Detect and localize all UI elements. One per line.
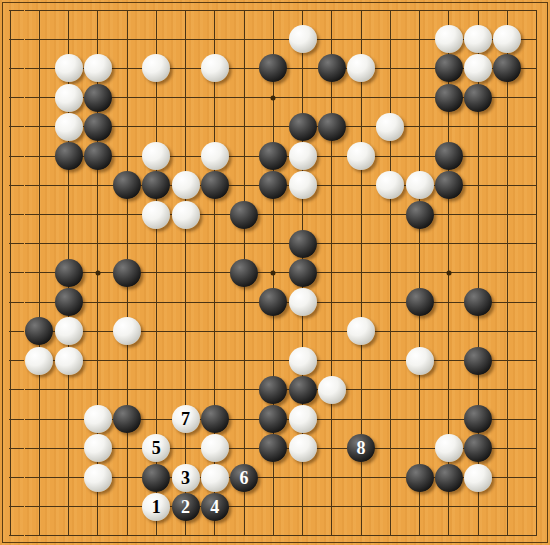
board-intersection[interactable]	[522, 346, 550, 375]
white-stone[interactable]	[84, 405, 112, 433]
white-stone[interactable]	[435, 25, 463, 53]
board-intersection[interactable]	[522, 0, 550, 25]
board-intersection[interactable]	[493, 492, 522, 521]
black-stone[interactable]	[318, 54, 346, 82]
board-intersection[interactable]	[522, 375, 550, 404]
board-intersection[interactable]	[200, 346, 229, 375]
black-stone[interactable]: 8	[347, 434, 375, 462]
board-intersection[interactable]	[83, 25, 112, 54]
board-intersection[interactable]	[83, 171, 112, 200]
board-intersection[interactable]	[346, 112, 375, 141]
board-intersection[interactable]	[200, 521, 229, 545]
board-intersection[interactable]	[493, 229, 522, 258]
board-intersection[interactable]	[493, 346, 522, 375]
board-intersection[interactable]	[522, 83, 550, 112]
white-stone[interactable]: 3	[172, 464, 200, 492]
white-stone[interactable]	[376, 113, 404, 141]
black-stone[interactable]	[318, 113, 346, 141]
board-intersection[interactable]	[376, 141, 405, 170]
board-intersection[interactable]	[25, 288, 54, 317]
board-intersection[interactable]	[0, 141, 25, 170]
board-intersection[interactable]	[83, 229, 112, 258]
board-intersection[interactable]	[376, 258, 405, 287]
board-intersection[interactable]	[200, 0, 229, 25]
board-intersection[interactable]	[54, 0, 83, 25]
white-stone[interactable]	[493, 25, 521, 53]
board-intersection[interactable]	[317, 434, 346, 463]
board-intersection[interactable]	[376, 83, 405, 112]
board-intersection[interactable]	[25, 404, 54, 433]
board-intersection[interactable]	[376, 288, 405, 317]
white-stone[interactable]	[201, 464, 229, 492]
board-intersection[interactable]	[317, 171, 346, 200]
board-intersection[interactable]	[200, 317, 229, 346]
board-intersection[interactable]	[522, 112, 550, 141]
board-intersection[interactable]	[522, 54, 550, 83]
board-intersection[interactable]	[405, 375, 434, 404]
white-stone[interactable]	[84, 434, 112, 462]
board-intersection[interactable]	[200, 25, 229, 54]
black-stone[interactable]	[289, 376, 317, 404]
board-intersection[interactable]	[463, 0, 492, 25]
board-intersection[interactable]	[112, 25, 141, 54]
board-intersection[interactable]	[25, 83, 54, 112]
white-stone[interactable]	[464, 464, 492, 492]
board-intersection[interactable]	[171, 434, 200, 463]
board-intersection[interactable]	[200, 229, 229, 258]
white-stone[interactable]	[376, 171, 404, 199]
board-intersection[interactable]	[317, 141, 346, 170]
board-intersection[interactable]	[25, 171, 54, 200]
board-intersection[interactable]	[522, 404, 550, 433]
board-intersection[interactable]	[522, 492, 550, 521]
black-stone[interactable]	[464, 405, 492, 433]
board-intersection[interactable]	[288, 492, 317, 521]
board-intersection[interactable]	[405, 141, 434, 170]
board-intersection[interactable]	[463, 375, 492, 404]
white-stone[interactable]	[201, 54, 229, 82]
board-intersection[interactable]	[0, 434, 25, 463]
board-intersection[interactable]	[25, 521, 54, 545]
board-intersection[interactable]	[0, 54, 25, 83]
board-intersection[interactable]	[142, 346, 171, 375]
board-intersection[interactable]	[288, 54, 317, 83]
board-intersection[interactable]	[346, 0, 375, 25]
white-stone[interactable]	[347, 54, 375, 82]
white-stone[interactable]	[172, 171, 200, 199]
black-stone[interactable]	[230, 259, 258, 287]
board-intersection[interactable]	[25, 463, 54, 492]
black-stone[interactable]	[259, 405, 287, 433]
board-intersection[interactable]	[171, 346, 200, 375]
black-stone[interactable]	[201, 171, 229, 199]
board-intersection[interactable]	[54, 492, 83, 521]
board-intersection[interactable]	[346, 25, 375, 54]
white-stone[interactable]	[289, 288, 317, 316]
black-stone[interactable]	[464, 288, 492, 316]
board-intersection[interactable]	[142, 229, 171, 258]
board-intersection[interactable]	[463, 112, 492, 141]
board-intersection[interactable]	[25, 25, 54, 54]
white-stone[interactable]	[172, 201, 200, 229]
board-intersection[interactable]	[171, 112, 200, 141]
board-intersection[interactable]	[259, 200, 288, 229]
board-intersection[interactable]	[317, 317, 346, 346]
board-intersection[interactable]	[54, 200, 83, 229]
board-intersection[interactable]	[259, 521, 288, 545]
white-stone[interactable]	[289, 171, 317, 199]
board-intersection[interactable]	[25, 200, 54, 229]
board-intersection[interactable]	[522, 434, 550, 463]
board-intersection[interactable]	[346, 346, 375, 375]
board-intersection[interactable]	[463, 492, 492, 521]
board-intersection[interactable]	[346, 404, 375, 433]
board-intersection[interactable]	[83, 492, 112, 521]
white-stone[interactable]	[55, 54, 83, 82]
board-intersection[interactable]	[463, 258, 492, 287]
black-stone[interactable]	[464, 434, 492, 462]
board-intersection[interactable]	[288, 83, 317, 112]
board-intersection[interactable]	[54, 463, 83, 492]
black-stone[interactable]	[406, 464, 434, 492]
black-stone[interactable]	[493, 54, 521, 82]
board-intersection[interactable]	[259, 317, 288, 346]
board-intersection[interactable]	[522, 463, 550, 492]
board-intersection[interactable]	[142, 83, 171, 112]
board-intersection[interactable]	[405, 521, 434, 545]
board-intersection[interactable]	[346, 200, 375, 229]
board-intersection[interactable]	[229, 404, 258, 433]
board-intersection[interactable]	[229, 317, 258, 346]
board-intersection[interactable]	[142, 288, 171, 317]
board-intersection[interactable]	[142, 112, 171, 141]
board-intersection[interactable]	[259, 0, 288, 25]
black-stone[interactable]	[435, 84, 463, 112]
board-intersection[interactable]	[434, 346, 463, 375]
board-intersection[interactable]	[171, 375, 200, 404]
board-intersection[interactable]	[317, 229, 346, 258]
board-intersection[interactable]	[112, 83, 141, 112]
board-intersection[interactable]	[463, 141, 492, 170]
board-intersection[interactable]	[463, 229, 492, 258]
board-intersection[interactable]	[376, 404, 405, 433]
board-intersection[interactable]	[142, 375, 171, 404]
black-stone[interactable]	[435, 464, 463, 492]
white-stone[interactable]	[84, 464, 112, 492]
board-intersection[interactable]	[376, 492, 405, 521]
white-stone[interactable]	[142, 201, 170, 229]
board-intersection[interactable]	[405, 54, 434, 83]
black-stone[interactable]	[230, 201, 258, 229]
board-intersection[interactable]	[522, 171, 550, 200]
board-intersection[interactable]	[434, 521, 463, 545]
board-intersection[interactable]	[376, 375, 405, 404]
board-intersection[interactable]	[83, 200, 112, 229]
board-intersection[interactable]	[229, 112, 258, 141]
white-stone[interactable]	[55, 84, 83, 112]
board-intersection[interactable]	[259, 492, 288, 521]
black-stone[interactable]	[435, 171, 463, 199]
black-stone[interactable]	[289, 259, 317, 287]
board-intersection[interactable]	[0, 521, 25, 545]
board-intersection[interactable]	[25, 141, 54, 170]
board-intersection[interactable]	[171, 54, 200, 83]
board-intersection[interactable]	[142, 317, 171, 346]
board-intersection[interactable]	[317, 0, 346, 25]
board-intersection[interactable]	[25, 0, 54, 25]
white-stone[interactable]	[464, 54, 492, 82]
board-intersection[interactable]	[229, 492, 258, 521]
black-stone[interactable]	[113, 259, 141, 287]
board-intersection[interactable]	[229, 521, 258, 545]
white-stone[interactable]	[289, 142, 317, 170]
board-intersection[interactable]	[346, 375, 375, 404]
board-intersection[interactable]	[0, 112, 25, 141]
board-intersection[interactable]	[493, 141, 522, 170]
board-intersection[interactable]	[259, 112, 288, 141]
board-intersection[interactable]	[522, 200, 550, 229]
board-intersection[interactable]	[54, 404, 83, 433]
board-intersection[interactable]	[463, 200, 492, 229]
board-intersection[interactable]	[493, 83, 522, 112]
board-intersection[interactable]	[229, 229, 258, 258]
board-intersection[interactable]	[0, 463, 25, 492]
black-stone[interactable]	[113, 405, 141, 433]
board-intersection[interactable]	[200, 258, 229, 287]
board-intersection[interactable]	[317, 492, 346, 521]
board-intersection[interactable]	[171, 288, 200, 317]
board-intersection[interactable]	[142, 0, 171, 25]
board-intersection[interactable]	[171, 0, 200, 25]
black-stone[interactable]	[201, 405, 229, 433]
white-stone[interactable]	[142, 142, 170, 170]
board-intersection[interactable]	[288, 0, 317, 25]
board-intersection[interactable]	[25, 229, 54, 258]
board-intersection[interactable]	[54, 229, 83, 258]
board-intersection[interactable]	[229, 288, 258, 317]
board-intersection[interactable]	[112, 346, 141, 375]
board-intersection[interactable]	[434, 112, 463, 141]
board-intersection[interactable]	[346, 83, 375, 112]
white-stone[interactable]	[55, 347, 83, 375]
board-intersection[interactable]	[493, 112, 522, 141]
board-intersection[interactable]	[0, 0, 25, 25]
board-intersection[interactable]	[259, 346, 288, 375]
black-stone[interactable]	[25, 317, 53, 345]
board-intersection[interactable]	[171, 83, 200, 112]
black-stone[interactable]	[259, 288, 287, 316]
white-stone[interactable]	[55, 113, 83, 141]
board-intersection[interactable]	[171, 25, 200, 54]
board-intersection[interactable]	[376, 229, 405, 258]
board-intersection[interactable]	[522, 229, 550, 258]
board-intersection[interactable]	[376, 317, 405, 346]
go-board-diagram[interactable]: 75836124	[0, 0, 550, 545]
board-intersection[interactable]	[376, 200, 405, 229]
board-intersection[interactable]	[229, 434, 258, 463]
board-intersection[interactable]	[346, 492, 375, 521]
board-intersection[interactable]	[112, 521, 141, 545]
board-intersection[interactable]	[112, 463, 141, 492]
white-stone[interactable]	[464, 25, 492, 53]
board-intersection[interactable]	[376, 434, 405, 463]
board-intersection[interactable]	[346, 463, 375, 492]
white-stone[interactable]	[84, 54, 112, 82]
board-intersection[interactable]	[83, 0, 112, 25]
board-intersection[interactable]	[229, 0, 258, 25]
board-intersection[interactable]	[346, 521, 375, 545]
board-intersection[interactable]	[317, 258, 346, 287]
board-intersection[interactable]	[259, 25, 288, 54]
board-intersection[interactable]	[171, 258, 200, 287]
board-intersection[interactable]	[0, 229, 25, 258]
board-intersection[interactable]	[288, 200, 317, 229]
board-intersection[interactable]	[229, 141, 258, 170]
board-intersection[interactable]	[493, 375, 522, 404]
white-stone[interactable]	[289, 25, 317, 53]
board-intersection[interactable]	[405, 317, 434, 346]
board-intersection[interactable]	[405, 112, 434, 141]
board-intersection[interactable]	[112, 54, 141, 83]
board-intersection[interactable]	[200, 288, 229, 317]
black-stone[interactable]	[406, 201, 434, 229]
board-intersection[interactable]	[0, 346, 25, 375]
board-intersection[interactable]	[405, 434, 434, 463]
white-stone[interactable]: 1	[142, 493, 170, 521]
board-intersection[interactable]	[0, 375, 25, 404]
board-intersection[interactable]	[522, 317, 550, 346]
board-intersection[interactable]	[463, 317, 492, 346]
board-intersection[interactable]	[259, 463, 288, 492]
board-intersection[interactable]	[25, 492, 54, 521]
board-intersection[interactable]	[112, 288, 141, 317]
board-intersection[interactable]	[376, 0, 405, 25]
board-intersection[interactable]	[83, 346, 112, 375]
board-intersection[interactable]	[25, 258, 54, 287]
board-intersection[interactable]	[434, 229, 463, 258]
board-intersection[interactable]	[229, 346, 258, 375]
board-intersection[interactable]	[346, 229, 375, 258]
board-intersection[interactable]	[376, 346, 405, 375]
board-intersection[interactable]	[112, 375, 141, 404]
board-intersection[interactable]	[376, 25, 405, 54]
board-intersection[interactable]	[54, 521, 83, 545]
white-stone[interactable]	[201, 434, 229, 462]
black-stone[interactable]	[259, 376, 287, 404]
black-stone[interactable]	[406, 288, 434, 316]
black-stone[interactable]	[84, 142, 112, 170]
board-intersection[interactable]	[288, 317, 317, 346]
board-intersection[interactable]	[522, 521, 550, 545]
board-intersection[interactable]	[493, 317, 522, 346]
board-intersection[interactable]	[493, 288, 522, 317]
board-intersection[interactable]	[83, 288, 112, 317]
board-intersection[interactable]	[200, 375, 229, 404]
black-stone[interactable]	[289, 113, 317, 141]
board-intersection[interactable]	[83, 375, 112, 404]
black-stone[interactable]: 6	[230, 464, 258, 492]
board-intersection[interactable]	[522, 288, 550, 317]
board-intersection[interactable]	[112, 0, 141, 25]
black-stone[interactable]	[142, 464, 170, 492]
board-intersection[interactable]	[83, 317, 112, 346]
board-intersection[interactable]	[493, 171, 522, 200]
board-intersection[interactable]	[405, 492, 434, 521]
board-intersection[interactable]	[259, 229, 288, 258]
black-stone[interactable]	[289, 230, 317, 258]
board-intersection[interactable]	[25, 54, 54, 83]
board-intersection[interactable]	[405, 0, 434, 25]
board-intersection[interactable]	[317, 346, 346, 375]
board-intersection[interactable]	[25, 112, 54, 141]
black-stone[interactable]	[259, 142, 287, 170]
board-intersection[interactable]	[171, 141, 200, 170]
board-intersection[interactable]	[112, 141, 141, 170]
white-stone[interactable]	[289, 434, 317, 462]
black-stone[interactable]	[55, 288, 83, 316]
white-stone[interactable]	[406, 347, 434, 375]
board-intersection[interactable]	[317, 200, 346, 229]
black-stone[interactable]	[259, 54, 287, 82]
board-intersection[interactable]	[0, 492, 25, 521]
board-intersection[interactable]	[317, 521, 346, 545]
board-intersection[interactable]	[434, 288, 463, 317]
board-intersection[interactable]	[288, 521, 317, 545]
board-intersection[interactable]	[463, 171, 492, 200]
board-intersection[interactable]	[434, 200, 463, 229]
board-intersection[interactable]	[405, 83, 434, 112]
board-intersection[interactable]	[434, 375, 463, 404]
board-intersection[interactable]	[463, 521, 492, 545]
board-intersection[interactable]	[83, 521, 112, 545]
board-intersection[interactable]	[288, 463, 317, 492]
white-stone[interactable]: 7	[172, 405, 200, 433]
board-intersection[interactable]	[493, 521, 522, 545]
board-intersection[interactable]	[376, 463, 405, 492]
board-intersection[interactable]	[434, 492, 463, 521]
board-intersection[interactable]	[346, 171, 375, 200]
white-stone[interactable]	[201, 142, 229, 170]
board-intersection[interactable]	[229, 83, 258, 112]
white-stone[interactable]	[347, 317, 375, 345]
black-stone[interactable]	[435, 54, 463, 82]
board-intersection[interactable]	[317, 288, 346, 317]
board-intersection[interactable]	[493, 463, 522, 492]
black-stone[interactable]	[464, 84, 492, 112]
black-stone[interactable]	[142, 171, 170, 199]
board-intersection[interactable]	[317, 25, 346, 54]
board-intersection[interactable]	[376, 521, 405, 545]
black-stone[interactable]	[259, 171, 287, 199]
board-intersection[interactable]	[229, 171, 258, 200]
board-intersection[interactable]	[317, 463, 346, 492]
board-intersection[interactable]	[493, 200, 522, 229]
board-intersection[interactable]	[112, 492, 141, 521]
board-intersection[interactable]	[142, 258, 171, 287]
board-intersection[interactable]	[229, 25, 258, 54]
black-stone[interactable]	[84, 84, 112, 112]
board-intersection[interactable]	[200, 112, 229, 141]
white-stone[interactable]	[113, 317, 141, 345]
white-stone[interactable]	[406, 171, 434, 199]
board-intersection[interactable]	[25, 375, 54, 404]
black-stone[interactable]	[259, 434, 287, 462]
white-stone[interactable]	[318, 376, 346, 404]
board-intersection[interactable]	[493, 404, 522, 433]
board-intersection[interactable]	[112, 112, 141, 141]
board-intersection[interactable]	[112, 200, 141, 229]
board-intersection[interactable]	[522, 141, 550, 170]
